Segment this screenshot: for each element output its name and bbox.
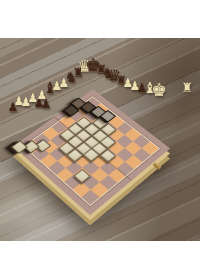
product-photo-card: ♟♟♟♟♟♟♟♝♟♟♞♜♛♚♜♞♛♜♟♟♟♝♚♜	[0, 0, 200, 280]
white-margin-bottom	[0, 241, 200, 280]
chess-board	[36, 92, 147, 203]
light-king[interactable]: ♚	[149, 81, 169, 99]
light-rook[interactable]: ♜	[180, 81, 194, 94]
square-tile[interactable]	[73, 169, 91, 184]
white-margin-top	[0, 0, 200, 38]
photo: ♟♟♟♟♟♟♟♝♟♟♞♜♛♚♜♞♛♜♟♟♟♝♚♜	[0, 38, 200, 241]
tiles-layer	[24, 97, 158, 205]
